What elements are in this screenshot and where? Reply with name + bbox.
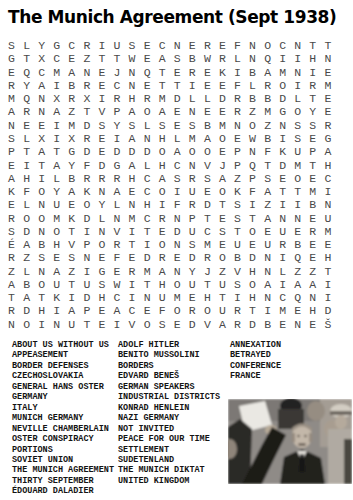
grid-cell: T <box>170 79 185 92</box>
grid-cell: R <box>109 172 124 185</box>
grid-cell: E <box>170 105 185 118</box>
grid-cell: E <box>305 132 320 145</box>
grid-cell: D <box>185 251 200 264</box>
grid-cell: R <box>4 79 19 92</box>
grid-cell: E <box>94 145 109 158</box>
grid-cell: D <box>79 119 94 132</box>
word-list-item: ABOUT US WITHOUT US <box>12 340 114 350</box>
word-list-item: NAZI GERMANY <box>118 413 220 423</box>
grid-cell: N <box>290 211 305 224</box>
grid-cell: T <box>4 291 19 304</box>
grid-cell: A <box>200 132 215 145</box>
grid-cell: L <box>185 92 200 105</box>
grid-cell: S <box>185 238 200 251</box>
grid-cell: O <box>155 238 170 251</box>
grid-cell: E <box>155 225 170 238</box>
grid-cell: N <box>109 211 124 224</box>
grid-cell: L <box>200 92 215 105</box>
grid-cell: T <box>245 304 260 317</box>
grid-cell: I <box>94 39 109 52</box>
grid-cell: D <box>245 251 260 264</box>
grid-cell: A <box>215 172 230 185</box>
grid-cell: R <box>260 79 275 92</box>
grid-cell: Š <box>320 318 335 331</box>
grid-cell: X <box>64 132 79 145</box>
grid-cell: Q <box>245 158 260 171</box>
grid-cell: I <box>34 318 49 331</box>
grid-cell: E <box>185 291 200 304</box>
grid-cell: O <box>275 79 290 92</box>
grid-cell: I <box>79 225 94 238</box>
grid-cell: Z <box>260 198 275 211</box>
grid-cell: E <box>94 79 109 92</box>
grid-cell: E <box>215 238 230 251</box>
word-list-item: GERMAN SPEAKERS <box>118 382 220 392</box>
grid-cell: O <box>140 318 155 331</box>
grid-cell: M <box>4 92 19 105</box>
grid-cell: H <box>125 172 140 185</box>
grid-cell: R <box>200 251 215 264</box>
grid-cell: T <box>305 92 320 105</box>
grid-cell: N <box>170 238 185 251</box>
grid-cell: N <box>4 318 19 331</box>
grid-cell: E <box>275 172 290 185</box>
grid-cell: R <box>155 211 170 224</box>
grid-cell: Q <box>140 66 155 79</box>
grid-cell: E <box>94 66 109 79</box>
grid-cell: Z <box>4 265 19 278</box>
grid-cell: E <box>230 132 245 145</box>
grid-cell: H <box>155 132 170 145</box>
grid-cell: D <box>215 92 230 105</box>
grid-cell: G <box>94 265 109 278</box>
grid-cell: Q <box>19 92 34 105</box>
grid-cell: H <box>49 238 64 251</box>
grid-cell: H <box>19 172 34 185</box>
grid-cell: T <box>290 185 305 198</box>
grid-cell: P <box>185 211 200 224</box>
grid-cell: R <box>79 39 94 52</box>
grid-cell: W <box>245 132 260 145</box>
grid-cell: Z <box>260 119 275 132</box>
grid-cell: R <box>200 39 215 52</box>
grid-cell: D <box>125 145 140 158</box>
grid-cell: W <box>200 52 215 65</box>
grid-cell: N <box>230 119 245 132</box>
grid-cell: S <box>260 172 275 185</box>
word-list-column-1: ABOUT US WITHOUT USAPPEASEMENTBORDER DEF… <box>12 340 114 497</box>
grid-cell: B <box>260 92 275 105</box>
grid-cell: A <box>155 105 170 118</box>
grid-cell: Y <box>305 105 320 118</box>
grid-cell: R <box>4 304 19 317</box>
grid-cell: D <box>200 198 215 211</box>
grid-cell: K <box>79 185 94 198</box>
grid-cell: F <box>230 79 245 92</box>
word-list-item: ÉDOUARD DALADIER <box>12 486 114 496</box>
grid-cell: I <box>275 251 290 264</box>
grid-cell: F <box>230 39 245 52</box>
grid-cell: T <box>34 291 49 304</box>
grid-cell: A <box>4 172 19 185</box>
grid-cell: I <box>49 119 64 132</box>
grid-cell: E <box>64 198 79 211</box>
grid-cell: I <box>320 291 335 304</box>
grid-cell: A <box>155 172 170 185</box>
grid-cell: N <box>320 198 335 211</box>
grid-cell: L <box>19 198 34 211</box>
grid-cell: K <box>275 145 290 158</box>
grid-cell: A <box>19 291 34 304</box>
grid-cell: N <box>34 92 49 105</box>
grid-cell: T <box>79 105 94 118</box>
grid-cell: E <box>290 304 305 317</box>
grid-cell: T <box>200 278 215 291</box>
grid-cell: C <box>140 172 155 185</box>
grid-cell: D <box>320 304 335 317</box>
grid-cell: H <box>94 291 109 304</box>
grid-cell: R <box>305 225 320 238</box>
grid-cell: T <box>79 318 94 331</box>
grid-cell: U <box>49 278 64 291</box>
grid-cell: U <box>230 238 245 251</box>
grid-cell: R <box>230 304 245 317</box>
word-list-item: PEACE FOR OUR TIME <box>118 434 220 444</box>
grid-cell: A <box>49 158 64 171</box>
grid-cell: I <box>125 291 140 304</box>
grid-cell: M <box>185 132 200 145</box>
grid-cell: Y <box>19 79 34 92</box>
grid-cell: E <box>215 79 230 92</box>
word-list-item: SETTLEMENT <box>118 445 220 455</box>
grid-cell: N <box>170 265 185 278</box>
grid-cell: N <box>260 265 275 278</box>
grid-cell: L <box>19 132 34 145</box>
grid-cell: A <box>49 105 64 118</box>
grid-cell: N <box>290 39 305 52</box>
grid-cell: D <box>275 158 290 171</box>
grid-cell: A <box>260 185 275 198</box>
grid-cell: P <box>109 105 124 118</box>
grid-cell: E <box>215 39 230 52</box>
grid-cell: E <box>200 105 215 118</box>
grid-cell: L <box>290 92 305 105</box>
grid-cell: N <box>185 105 200 118</box>
grid-cell: E <box>94 251 109 264</box>
grid-cell: E <box>200 79 215 92</box>
grid-cell: O <box>185 145 200 158</box>
grid-cell: B <box>290 238 305 251</box>
grid-cell: S <box>185 119 200 132</box>
grid-cell: O <box>34 278 49 291</box>
grid-cell: O <box>34 211 49 224</box>
grid-cell: O <box>290 105 305 118</box>
grid-cell: G <box>4 52 19 65</box>
grid-cell: C <box>140 185 155 198</box>
grid-cell: F <box>245 185 260 198</box>
grid-cell: E <box>275 318 290 331</box>
word-list-item: APPEASEMENT <box>12 350 114 360</box>
grid-cell: L <box>19 265 34 278</box>
grid-cell: I <box>275 132 290 145</box>
word-list-item: ITALY <box>12 403 114 413</box>
grid-cell: N <box>245 52 260 65</box>
grid-cell: N <box>290 66 305 79</box>
grid-cell: U <box>260 238 275 251</box>
grid-cell: Z <box>64 265 79 278</box>
word-list-item: BETRAYED <box>230 350 281 360</box>
grid-cell: S <box>230 278 245 291</box>
grid-cell: I <box>155 198 170 211</box>
grid-cell: M <box>260 105 275 118</box>
word-search-grid: SLYGCRIUSECNEREFNOCNTTGTXCEZTTWEASBWRLNQ… <box>4 39 335 331</box>
grid-cell: O <box>245 278 260 291</box>
word-list-item: ANNEXATION <box>230 340 281 350</box>
grid-cell: T <box>49 145 64 158</box>
grid-cell: R <box>125 265 140 278</box>
grid-cell: L <box>170 132 185 145</box>
grid-cell: N <box>245 39 260 52</box>
word-list-item: NOT INVITED <box>118 424 220 434</box>
grid-cell: H <box>140 198 155 211</box>
grid-cell: M <box>320 79 335 92</box>
grid-cell: I <box>125 278 140 291</box>
grid-cell: P <box>79 238 94 251</box>
grid-cell: R <box>155 251 170 264</box>
grid-cell: E <box>109 265 124 278</box>
grid-cell: C <box>49 52 64 65</box>
grid-cell: H <box>320 158 335 171</box>
grid-cell: Y <box>185 265 200 278</box>
grid-cell: U <box>185 278 200 291</box>
grid-cell: E <box>305 251 320 264</box>
grid-cell: L <box>19 39 34 52</box>
grid-cell: R <box>230 318 245 331</box>
grid-cell: U <box>320 211 335 224</box>
grid-cell: U <box>79 278 94 291</box>
grid-cell: I <box>49 304 64 317</box>
grid-cell: I <box>305 66 320 79</box>
grid-cell: M <box>49 211 64 224</box>
chamberlain-photo <box>228 399 352 484</box>
word-list-item: BORDERS <box>118 361 220 371</box>
grid-cell: H <box>305 304 320 317</box>
grid-cell: Y <box>49 185 64 198</box>
grid-cell: I <box>109 132 124 145</box>
word-list-item: SUDETENLAND <box>118 455 220 465</box>
grid-cell: S <box>230 198 245 211</box>
grid-cell: I <box>275 278 290 291</box>
grid-cell: L <box>109 198 124 211</box>
grid-cell: Z <box>230 172 245 185</box>
grid-cell: I <box>49 79 64 92</box>
grid-cell: N <box>185 158 200 171</box>
grid-cell: D <box>79 145 94 158</box>
grid-cell: C <box>200 225 215 238</box>
grid-cell: O <box>79 198 94 211</box>
grid-cell: T <box>140 278 155 291</box>
grid-cell: T <box>320 39 335 52</box>
grid-cell: N <box>34 105 49 118</box>
grid-cell: M <box>275 66 290 79</box>
grid-cell: L <box>49 172 64 185</box>
grid-cell: E <box>305 238 320 251</box>
grid-cell: C <box>140 211 155 224</box>
grid-cell: O <box>215 185 230 198</box>
grid-cell: D <box>140 145 155 158</box>
grid-cell: A <box>320 145 335 158</box>
grid-cell: I <box>290 79 305 92</box>
grid-cell: M <box>305 185 320 198</box>
grid-cell: S <box>94 119 109 132</box>
grid-cell: O <box>34 185 49 198</box>
grid-cell: D <box>170 225 185 238</box>
grid-cell: A <box>34 145 49 158</box>
grid-cell: I <box>290 52 305 65</box>
grid-cell: D <box>109 145 124 158</box>
grid-cell: R <box>185 66 200 79</box>
grid-cell: V <box>200 318 215 331</box>
grid-cell: V <box>109 225 124 238</box>
grid-cell: A <box>34 79 49 92</box>
grid-cell: G <box>109 158 124 171</box>
grid-cell: E <box>64 52 79 65</box>
grid-cell: T <box>305 158 320 171</box>
grid-cell: A <box>49 265 64 278</box>
grid-cell: U <box>215 278 230 291</box>
grid-cell: H <box>245 265 260 278</box>
grid-cell: D <box>19 225 34 238</box>
grid-cell: T <box>230 225 245 238</box>
grid-cell: L <box>230 52 245 65</box>
grid-cell: U <box>109 39 124 52</box>
grid-cell: I <box>49 132 64 145</box>
word-list-item: THE MUNICH DIKTAT <box>118 465 220 475</box>
grid-cell: Z <box>290 265 305 278</box>
grid-cell: N <box>34 265 49 278</box>
grid-cell: R <box>305 79 320 92</box>
word-list-item: CONFERENCE <box>230 361 281 371</box>
grid-cell: N <box>94 225 109 238</box>
grid-cell: Q <box>19 66 34 79</box>
grid-cell: X <box>34 52 49 65</box>
grid-cell: R <box>4 211 19 224</box>
grid-cell: C <box>64 39 79 52</box>
grid-cell: E <box>245 238 260 251</box>
grid-cell: N <box>170 211 185 224</box>
grid-cell: S <box>4 39 19 52</box>
word-list-item: MUNICH GERMANY <box>12 413 114 423</box>
grid-cell: C <box>275 291 290 304</box>
grid-cell: I <box>125 225 140 238</box>
grid-cell: K <box>215 66 230 79</box>
grid-cell: F <box>170 198 185 211</box>
grid-cell: T <box>215 291 230 304</box>
grid-cell: N <box>125 79 140 92</box>
grid-cell: S <box>94 278 109 291</box>
grid-cell: M <box>170 291 185 304</box>
grid-cell: M <box>64 119 79 132</box>
grid-cell: M <box>140 265 155 278</box>
word-list-item: KONRAD HENLEIN <box>118 403 220 413</box>
grid-cell: N <box>34 225 49 238</box>
grid-cell: R <box>64 92 79 105</box>
grid-cell: T <box>305 39 320 52</box>
grid-cell: V <box>64 238 79 251</box>
grid-cell: E <box>320 66 335 79</box>
grid-cell: Q <box>260 52 275 65</box>
grid-cell: C <box>170 158 185 171</box>
word-list-item: PORTIONS <box>12 445 114 455</box>
grid-cell: D <box>140 251 155 264</box>
grid-cell: Z <box>64 105 79 118</box>
word-list-item: SOVIET UNION <box>12 455 114 465</box>
grid-cell: G <box>64 145 79 158</box>
photo-illustration <box>228 399 352 484</box>
grid-cell: S <box>125 39 140 52</box>
grid-cell: A <box>125 158 140 171</box>
grid-cell: U <box>290 145 305 158</box>
grid-cell: I <box>170 185 185 198</box>
grid-cell: T <box>64 278 79 291</box>
grid-cell: O <box>290 172 305 185</box>
grid-cell: R <box>94 172 109 185</box>
grid-cell: N <box>170 39 185 52</box>
grid-cell: I <box>34 172 49 185</box>
grid-cell: W <box>125 52 140 65</box>
grid-cell: K <box>4 185 19 198</box>
grid-cell: A <box>4 105 19 118</box>
grid-cell: A <box>305 278 320 291</box>
grid-cell: I <box>290 198 305 211</box>
grid-cell: E <box>170 66 185 79</box>
grid-cell: N <box>79 251 94 264</box>
grid-cell: N <box>34 198 49 211</box>
grid-cell: D <box>19 304 34 317</box>
grid-cell: C <box>125 304 140 317</box>
grid-cell: T <box>155 66 170 79</box>
grid-cell: T <box>245 211 260 224</box>
grid-cell: B <box>305 198 320 211</box>
grid-cell: U <box>155 291 170 304</box>
grid-cell: O <box>260 39 275 52</box>
grid-cell: P <box>4 145 19 158</box>
grid-cell: S <box>200 172 215 185</box>
grid-cell: P <box>245 172 260 185</box>
grid-cell: I <box>185 79 200 92</box>
word-list-column-2: ADOLF HITLERBENITO MUSSOLINIBORDERSEDVAR… <box>118 340 220 486</box>
grid-cell: H <box>155 278 170 291</box>
grid-cell: C <box>155 39 170 52</box>
grid-cell: T <box>125 238 140 251</box>
grid-cell: D <box>94 158 109 171</box>
grid-cell: N <box>290 318 305 331</box>
grid-cell: E <box>94 132 109 145</box>
grid-cell: L <box>140 119 155 132</box>
grid-cell: N <box>275 119 290 132</box>
grid-cell: C <box>275 39 290 52</box>
grid-cell: E <box>200 66 215 79</box>
grid-cell: E <box>140 52 155 65</box>
grid-cell: N <box>305 291 320 304</box>
grid-cell: T <box>200 211 215 224</box>
grid-cell: A <box>64 304 79 317</box>
grid-cell: S <box>4 132 19 145</box>
grid-cell: V <box>94 105 109 118</box>
grid-cell: I <box>109 318 124 331</box>
grid-cell: F <box>260 145 275 158</box>
grid-cell: B <box>260 132 275 145</box>
